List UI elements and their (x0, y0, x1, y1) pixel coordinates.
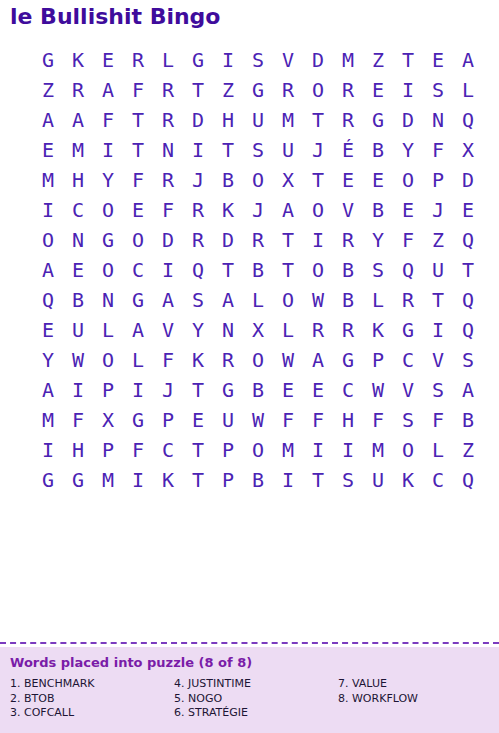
grid-cell: R (333, 105, 363, 135)
grid-cell: D (393, 105, 423, 135)
grid-cell: R (303, 315, 333, 345)
grid-cell: Q (453, 315, 483, 345)
grid-cell: E (33, 135, 63, 165)
grid-cell: C (333, 375, 363, 405)
grid-cell: B (453, 405, 483, 435)
grid-cell: R (333, 75, 363, 105)
grid-cell: F (93, 105, 123, 135)
grid-cell: C (423, 465, 453, 495)
grid-cell: N (423, 105, 453, 135)
grid-cell: T (183, 75, 213, 105)
grid-cell: I (63, 375, 93, 405)
grid-cell: A (33, 255, 63, 285)
grid-cell: P (213, 465, 243, 495)
grid-cell: L (93, 315, 123, 345)
grid-cell: E (93, 45, 123, 75)
grid-cell: U (273, 135, 303, 165)
grid-cell: R (393, 285, 423, 315)
grid-cell: K (393, 465, 423, 495)
grid-cell: N (93, 285, 123, 315)
grid-cell: G (123, 285, 153, 315)
grid-cell: Q (33, 285, 63, 315)
grid-cell: R (243, 225, 273, 255)
grid-cell: S (453, 345, 483, 375)
grid-cell: O (303, 75, 333, 105)
grid-cell: M (273, 435, 303, 465)
grid-cell: A (453, 45, 483, 75)
grid-cell: P (363, 345, 393, 375)
grid-cell: M (273, 105, 303, 135)
grid-cell: H (213, 105, 243, 135)
grid-cell: B (63, 285, 93, 315)
grid-cell: O (33, 225, 63, 255)
grid-cell: T (453, 255, 483, 285)
grid-cell: L (423, 435, 453, 465)
grid-cell: T (123, 135, 153, 165)
grid-cell: K (153, 465, 183, 495)
grid-cell: S (393, 405, 423, 435)
grid-cell: E (423, 45, 453, 75)
grid-cell: G (363, 105, 393, 135)
grid-cell: R (183, 195, 213, 225)
grid-cell: U (243, 105, 273, 135)
grid-cell: I (273, 465, 303, 495)
grid-cell: X (453, 135, 483, 165)
grid-cell: C (63, 195, 93, 225)
grid-cell: O (303, 255, 333, 285)
grid-cell: I (303, 435, 333, 465)
grid-cell: R (183, 225, 213, 255)
grid-cell: C (123, 255, 153, 285)
grid-cell: I (123, 465, 153, 495)
grid-cell: O (243, 345, 273, 375)
grid-cell: B (363, 135, 393, 165)
grid-cell: F (393, 225, 423, 255)
grid-cell: Z (213, 75, 243, 105)
grid-cell: S (183, 285, 213, 315)
grid-cell: A (273, 195, 303, 225)
grid-cell: R (153, 105, 183, 135)
grid-cell: B (363, 195, 393, 225)
grid-cell: Y (183, 315, 213, 345)
grid-cell: B (243, 255, 273, 285)
grid-cell: M (333, 45, 363, 75)
grid-cell: X (93, 405, 123, 435)
word-list-item: 1. BENCHMARK (10, 677, 174, 692)
grid-cell: I (213, 45, 243, 75)
word-search-grid: GKERLGISVDMZTEAZRAFRTZGROREISLAAFTRDHUMT… (33, 45, 483, 495)
grid-cell: D (213, 225, 243, 255)
grid-cell: G (93, 225, 123, 255)
grid-cell: F (153, 345, 183, 375)
grid-cell: P (93, 375, 123, 405)
grid-cell: F (363, 405, 393, 435)
grid-cell: E (123, 195, 153, 225)
grid-cell: D (183, 105, 213, 135)
grid-cell: Q (453, 225, 483, 255)
grid-cell: T (273, 225, 303, 255)
grid-cell: P (213, 435, 243, 465)
grid-cell: R (153, 75, 183, 105)
grid-cell: Y (393, 135, 423, 165)
grid-cell: R (153, 165, 183, 195)
grid-cell: V (393, 375, 423, 405)
grid-cell: Y (93, 165, 123, 195)
grid-cell: F (123, 165, 153, 195)
grid-cell: U (363, 465, 393, 495)
grid-cell: M (33, 405, 63, 435)
grid-cell: C (393, 345, 423, 375)
grid-cell: I (33, 195, 63, 225)
grid-cell: S (333, 465, 363, 495)
grid-cell: A (33, 375, 63, 405)
word-list-column: 4. JUSTINTIME5. NOGO6. STRATÉGIE (174, 677, 338, 721)
grid-cell: B (213, 165, 243, 195)
grid-cell: E (333, 165, 363, 195)
page-title: le Bullishit Bingo (10, 4, 220, 29)
grid-cell: P (93, 435, 123, 465)
grid-cell: K (183, 345, 213, 375)
grid-cell: G (33, 465, 63, 495)
grid-cell: C (153, 435, 183, 465)
grid-cell: S (423, 375, 453, 405)
grid-cell: T (303, 165, 333, 195)
grid-cell: B (243, 375, 273, 405)
grid-cell: E (183, 405, 213, 435)
grid-cell: É (333, 135, 363, 165)
grid-cell: G (183, 45, 213, 75)
grid-cell: T (423, 285, 453, 315)
grid-cell: I (153, 255, 183, 285)
grid-cell: F (153, 195, 183, 225)
word-list-item: 4. JUSTINTIME (174, 677, 338, 692)
grid-cell: L (363, 285, 393, 315)
grid-cell: E (453, 195, 483, 225)
grid-cell: N (63, 225, 93, 255)
grid-cell: M (33, 165, 63, 195)
grid-cell: D (453, 165, 483, 195)
word-list-item: 8. WORKFLOW (338, 692, 418, 707)
grid-cell: Q (183, 255, 213, 285)
grid-cell: Z (453, 435, 483, 465)
grid-cell: I (303, 225, 333, 255)
grid-cell: K (363, 315, 393, 345)
grid-cell: R (333, 225, 363, 255)
grid-cell: F (273, 405, 303, 435)
grid-cell: A (93, 75, 123, 105)
grid-cell: M (93, 465, 123, 495)
grid-cell: E (273, 375, 303, 405)
grid-cell: T (213, 255, 243, 285)
grid-cell: J (243, 195, 273, 225)
grid-cell: L (153, 45, 183, 75)
grid-cell: E (393, 195, 423, 225)
grid-cell: K (63, 45, 93, 75)
word-list-column: 7. VALUE8. WORKFLOW (338, 677, 418, 721)
grid-cell: I (33, 435, 63, 465)
grid-cell: I (183, 135, 213, 165)
word-list-item: 7. VALUE (338, 677, 418, 692)
grid-cell: F (303, 405, 333, 435)
grid-cell: A (303, 345, 333, 375)
grid-cell: T (273, 255, 303, 285)
grid-cell: I (333, 435, 363, 465)
grid-cell: A (33, 105, 63, 135)
grid-cell: Q (453, 285, 483, 315)
grid-cell: G (333, 345, 363, 375)
words-panel: Words placed into puzzle (8 of 8) 1. BEN… (0, 647, 499, 733)
grid-cell: H (63, 165, 93, 195)
grid-cell: E (303, 375, 333, 405)
grid-cell: X (243, 315, 273, 345)
grid-cell: J (423, 195, 453, 225)
word-list-item: 6. STRATÉGIE (174, 706, 338, 721)
grid-cell: H (63, 435, 93, 465)
grid-cell: V (333, 195, 363, 225)
grid-cell: T (303, 465, 333, 495)
grid-cell: T (123, 105, 153, 135)
word-list: 1. BENCHMARK2. BTOB3. COFCALL4. JUSTINTI… (10, 677, 499, 721)
grid-cell: S (243, 135, 273, 165)
grid-cell: A (453, 375, 483, 405)
grid-cell: U (423, 255, 453, 285)
grid-cell: X (273, 165, 303, 195)
grid-cell: G (213, 375, 243, 405)
grid-cell: Y (363, 225, 393, 255)
grid-cell: R (333, 315, 363, 345)
grid-cell: H (333, 405, 363, 435)
grid-cell: L (453, 75, 483, 105)
grid-cell: E (33, 315, 63, 345)
grid-cell: O (243, 165, 273, 195)
word-list-item: 3. COFCALL (10, 706, 174, 721)
grid-cell: O (273, 285, 303, 315)
grid-cell: O (243, 435, 273, 465)
grid-cell: D (153, 225, 183, 255)
grid-cell: O (303, 195, 333, 225)
grid-cell: S (423, 75, 453, 105)
grid-cell: W (363, 375, 393, 405)
grid-cell: R (123, 45, 153, 75)
grid-cell: M (363, 435, 393, 465)
grid-cell: L (123, 345, 153, 375)
grid-cell: V (423, 345, 453, 375)
grid-cell: A (213, 285, 243, 315)
words-heading: Words placed into puzzle (8 of 8) (10, 655, 499, 670)
grid-cell: A (123, 315, 153, 345)
grid-cell: O (93, 195, 123, 225)
grid-cell: J (153, 375, 183, 405)
grid-cell: T (213, 135, 243, 165)
grid-cell: Z (363, 45, 393, 75)
grid-cell: K (213, 195, 243, 225)
grid-cell: O (393, 435, 423, 465)
grid-cell: R (63, 75, 93, 105)
grid-cell: S (363, 255, 393, 285)
grid-cell: T (183, 465, 213, 495)
grid-cell: G (123, 405, 153, 435)
grid-cell: T (183, 435, 213, 465)
grid-cell: T (183, 375, 213, 405)
grid-cell: R (273, 75, 303, 105)
grid-cell: G (33, 45, 63, 75)
grid-cell: P (423, 165, 453, 195)
grid-cell: B (243, 465, 273, 495)
grid-cell: A (63, 105, 93, 135)
grid-cell: A (153, 285, 183, 315)
dotted-divider (0, 642, 499, 644)
grid-cell: B (333, 285, 363, 315)
grid-cell: J (183, 165, 213, 195)
grid-cell: D (303, 45, 333, 75)
grid-cell: F (123, 75, 153, 105)
grid-cell: G (393, 315, 423, 345)
grid-cell: O (93, 255, 123, 285)
grid-cell: F (123, 435, 153, 465)
grid-cell: N (213, 315, 243, 345)
grid-cell: Q (453, 465, 483, 495)
grid-cell: Z (33, 75, 63, 105)
grid-cell: O (393, 165, 423, 195)
grid-cell: P (153, 405, 183, 435)
grid-cell: O (93, 345, 123, 375)
grid-cell: W (303, 285, 333, 315)
grid-cell: I (393, 75, 423, 105)
grid-cell: U (213, 405, 243, 435)
grid-cell: G (243, 75, 273, 105)
grid-cell: I (123, 375, 153, 405)
grid-cell: I (423, 315, 453, 345)
grid-cell: I (93, 135, 123, 165)
grid-cell: W (63, 345, 93, 375)
grid-cell: S (243, 45, 273, 75)
grid-cell: Q (393, 255, 423, 285)
grid-cell: F (423, 135, 453, 165)
grid-cell: E (363, 75, 393, 105)
grid-cell: T (393, 45, 423, 75)
grid-cell: N (153, 135, 183, 165)
word-list-column: 1. BENCHMARK2. BTOB3. COFCALL (10, 677, 174, 721)
grid-cell: Q (453, 105, 483, 135)
grid-cell: U (63, 315, 93, 345)
grid-cell: E (63, 255, 93, 285)
grid-cell: W (273, 345, 303, 375)
word-list-item: 2. BTOB (10, 692, 174, 707)
grid-cell: Z (423, 225, 453, 255)
grid-cell: J (303, 135, 333, 165)
grid-cell: L (273, 315, 303, 345)
grid-cell: L (243, 285, 273, 315)
grid-cell: Y (33, 345, 63, 375)
grid-cell: G (63, 465, 93, 495)
grid-cell: E (363, 165, 393, 195)
grid-cell: R (213, 345, 243, 375)
grid-cell: V (273, 45, 303, 75)
grid-cell: W (243, 405, 273, 435)
grid-cell: F (423, 405, 453, 435)
grid-cell: F (63, 405, 93, 435)
grid-cell: O (123, 225, 153, 255)
grid-cell: V (153, 315, 183, 345)
word-list-item: 5. NOGO (174, 692, 338, 707)
grid-cell: M (63, 135, 93, 165)
grid-cell: T (303, 105, 333, 135)
grid-cell: B (333, 255, 363, 285)
